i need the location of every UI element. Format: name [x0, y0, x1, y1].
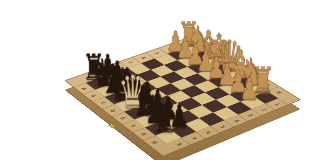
- brass-hinge-icon: [108, 124, 116, 129]
- frame-coordinate-label: 5: [126, 61, 133, 64]
- square-b2: ♟: [229, 89, 253, 101]
- frame-coordinate-label: G: [264, 84, 271, 88]
- frame-coordinate-label: 6: [113, 66, 120, 69]
- frame-coordinate-label: D: [109, 109, 117, 113]
- frame-coordinate-label: 7: [190, 137, 197, 141]
- frame-coordinate-label: A: [80, 87, 87, 90]
- frame-coordinate-label: 3: [153, 52, 160, 55]
- frame-coordinate-label: G: [140, 132, 148, 136]
- frame-coordinate-label: E: [242, 70, 249, 73]
- frame-coordinate-label: 5: [219, 125, 226, 129]
- frame-coordinate-label: E: [119, 117, 126, 121]
- frame-coordinate-label: C: [99, 101, 106, 105]
- frame-coordinate-label: D: [231, 63, 238, 66]
- frame-coordinate-label: A: [201, 44, 208, 47]
- frame-coordinate-label: 8: [85, 76, 92, 79]
- frame-corner: [278, 93, 301, 105]
- frame-coordinate-label: 1: [273, 103, 280, 106]
- frame-coordinate-label: F: [253, 77, 260, 80]
- frame-coordinate-label: 8: [175, 143, 183, 147]
- chess-board: ABCDEFGH1♜♞♝♚♛♝♞♜12♟♟♟♟♟♟♟♟2334455667♟♟♟…: [64, 35, 301, 157]
- frame-coordinate-label: 4: [233, 119, 240, 123]
- board-scene: ABCDEFGH1♜♞♝♚♛♝♞♜12♟♟♟♟♟♟♟♟2334455667♟♟♟…: [0, 0, 310, 160]
- frame-coordinate-label: 7: [99, 71, 106, 74]
- frame-coordinate-label: 2: [166, 47, 173, 50]
- frame-coordinate-label: 4: [140, 56, 147, 59]
- frame-coordinate-label: H: [150, 140, 158, 144]
- frame-coordinate-label: 1: [179, 43, 185, 46]
- frame-coordinate-label: 2: [260, 108, 267, 112]
- frame-coordinate-label: B: [90, 94, 97, 98]
- frame-coordinate-label: 6: [204, 131, 211, 135]
- frame-coordinate-label: H: [275, 91, 282, 95]
- frame-coordinate-label: B: [211, 51, 218, 54]
- frame-coordinate-label: 3: [246, 114, 253, 118]
- chess-set-product-photo: ABCDEFGH1♜♞♝♚♛♝♞♜12♟♟♟♟♟♟♟♟2334455667♟♟♟…: [0, 0, 310, 160]
- board-frame: ABCDEFGH1♜♞♝♚♛♝♞♜12♟♟♟♟♟♟♟♟2334455667♟♟♟…: [64, 35, 301, 157]
- square-b1: ♞: [243, 84, 267, 96]
- frame-coordinate-label: F: [129, 124, 136, 128]
- frame-coordinate-label: C: [221, 57, 228, 60]
